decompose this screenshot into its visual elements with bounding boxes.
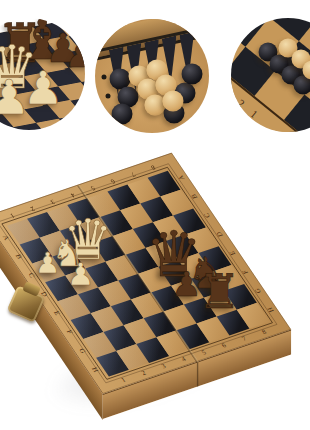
chess-piece-white-pawn: ♟ xyxy=(35,249,61,278)
chess-piece-black-rook: ♜ xyxy=(198,267,241,315)
chessboard-scene: 1122334455667788AABBCCDDEEFFGGHH ♛♞♟♟♛♟♞… xyxy=(0,0,310,430)
chess-piece-white-pawn: ♟ xyxy=(67,259,95,290)
product-photo: ♜♝♟♟♛♟♟ 321 1122334455667788AABBCCDDEEFF… xyxy=(0,0,310,430)
